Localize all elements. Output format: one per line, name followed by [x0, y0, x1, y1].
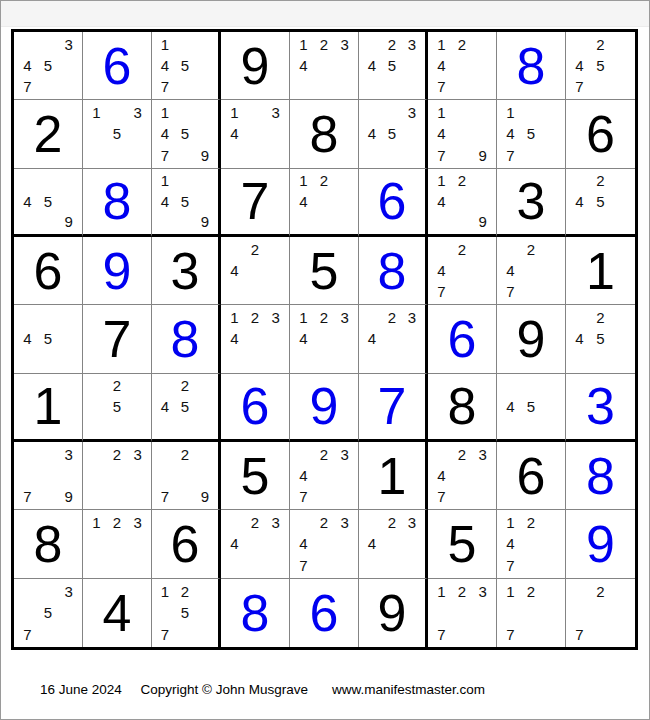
candidate-2: 2: [452, 581, 473, 602]
candidate-empty: [265, 350, 286, 371]
candidate-empty: [127, 533, 148, 554]
candidate-1: 1: [155, 102, 175, 123]
cell-r1c2[interactable]: 6: [83, 32, 152, 100]
candidate-5: 5: [590, 55, 611, 76]
candidate-empty: [521, 260, 542, 281]
candidate-5: 5: [107, 396, 128, 416]
candidate-empty: [17, 602, 38, 623]
candidate-empty: [155, 602, 175, 623]
solved-digit: 8: [586, 450, 615, 502]
cell-r2c2[interactable]: 135: [83, 100, 152, 168]
candidate-3: 3: [334, 34, 355, 55]
cell-r4c2[interactable]: 9: [83, 237, 152, 305]
candidate-empty: [431, 239, 452, 260]
candidate-3: 3: [472, 581, 493, 602]
candidate-2: 2: [452, 171, 473, 191]
given-digit: 8: [34, 518, 63, 570]
candidate-7: 7: [431, 145, 452, 166]
candidate-empty: [175, 145, 195, 166]
footer: 16 June 2024 Copyright © John Musgrave w…: [40, 682, 485, 697]
candidate-empty: [155, 465, 175, 486]
solved-digit: 6: [103, 40, 132, 92]
candidate-9: 9: [195, 145, 215, 166]
candidate-7: 7: [155, 145, 175, 166]
candidate-empty: [362, 512, 382, 533]
cell-r1c1[interactable]: 3457: [14, 32, 83, 100]
cell-r3c3[interactable]: 1459: [152, 169, 221, 237]
candidate-2: 2: [175, 444, 195, 465]
candidate-2: 2: [452, 34, 473, 55]
candidate-empty: [334, 465, 355, 486]
candidate-empty: [38, 171, 59, 191]
cell-r7c7[interactable]: 2347: [428, 442, 497, 510]
candidate-4: 4: [293, 191, 314, 211]
candidate-4: 4: [362, 55, 382, 76]
candidate-empty: [58, 602, 79, 623]
candidate-4: 4: [569, 328, 590, 349]
candidate-empty: [611, 34, 632, 55]
candidate-4: 4: [155, 55, 175, 76]
candidate-3: 3: [58, 34, 79, 55]
cell-r2c5[interactable]: 8: [290, 100, 359, 168]
pencil-marks: 345: [359, 100, 425, 167]
pencil-marks: 1457: [152, 32, 218, 99]
candidate-empty: [38, 76, 59, 97]
cell-r3c2[interactable]: 8: [83, 169, 152, 237]
candidate-4: 4: [293, 465, 314, 486]
candidate-empty: [334, 212, 355, 232]
candidate-4: 4: [224, 123, 245, 144]
cell-r6c6[interactable]: 7: [359, 374, 428, 442]
given-digit: 5: [448, 518, 477, 570]
candidate-empty: [107, 465, 128, 486]
candidate-empty: [86, 533, 107, 554]
candidate-2: 2: [314, 34, 335, 55]
candidate-empty: [541, 123, 562, 144]
pencil-marks: 234: [359, 305, 425, 372]
candidate-empty: [431, 212, 452, 232]
candidate-empty: [58, 328, 79, 349]
cell-r4c7[interactable]: 247: [428, 237, 497, 305]
candidate-3: 3: [127, 512, 148, 533]
candidate-5: 5: [521, 396, 542, 416]
cell-r6c8[interactable]: 45: [497, 374, 566, 442]
candidate-empty: [590, 602, 611, 623]
top-margin-band: [1, 1, 649, 27]
cell-r6c1[interactable]: 1: [14, 374, 83, 442]
candidate-4: 4: [17, 191, 38, 211]
cell-r6c7[interactable]: 8: [428, 374, 497, 442]
pencil-marks: 2457: [566, 32, 635, 99]
candidate-empty: [314, 555, 335, 576]
pencil-marks: 1237: [428, 579, 496, 647]
candidate-9: 9: [472, 212, 493, 232]
candidate-empty: [541, 581, 562, 602]
candidate-empty: [107, 486, 128, 507]
cell-r2c9[interactable]: 6: [566, 100, 635, 168]
pencil-marks: 1234: [290, 32, 358, 99]
cell-r4c4[interactable]: 24: [221, 237, 290, 305]
candidate-5: 5: [38, 602, 59, 623]
candidate-empty: [362, 34, 382, 55]
cell-r3c7[interactable]: 1249: [428, 169, 497, 237]
pencil-marks: 124: [290, 169, 358, 234]
cell-r5c1[interactable]: 45: [14, 305, 83, 373]
cell-r1c9[interactable]: 2457: [566, 32, 635, 100]
candidate-9: 9: [195, 486, 215, 507]
candidate-empty: [175, 34, 195, 55]
cell-r7c6[interactable]: 1: [359, 442, 428, 510]
cell-r3c5[interactable]: 124: [290, 169, 359, 237]
cell-r8c4[interactable]: 234: [221, 510, 290, 578]
candidate-empty: [334, 350, 355, 371]
solved-digit: 8: [241, 587, 270, 639]
candidate-empty: [224, 145, 245, 166]
candidate-empty: [58, 350, 79, 371]
candidate-2: 2: [452, 444, 473, 465]
candidate-empty: [569, 307, 590, 328]
cell-r8c8[interactable]: 1247: [497, 510, 566, 578]
cell-r5c3[interactable]: 8: [152, 305, 221, 373]
candidate-empty: [38, 212, 59, 232]
candidate-empty: [362, 555, 382, 576]
pencil-marks: 25: [83, 374, 151, 439]
candidate-empty: [590, 350, 611, 371]
candidate-empty: [472, 602, 493, 623]
candidate-2: 2: [314, 307, 335, 328]
cell-r7c2[interactable]: 23: [83, 442, 152, 510]
given-digit: 9: [517, 313, 546, 365]
candidate-3: 3: [334, 444, 355, 465]
cell-r5c9[interactable]: 245: [566, 305, 635, 373]
candidate-empty: [195, 376, 215, 396]
cell-r8c7[interactable]: 5: [428, 510, 497, 578]
candidate-empty: [611, 328, 632, 349]
cell-r6c5[interactable]: 9: [290, 374, 359, 442]
candidate-empty: [265, 239, 286, 260]
cell-r9c5[interactable]: 6: [290, 579, 359, 647]
candidate-9: 9: [58, 212, 79, 232]
cell-r1c6[interactable]: 2345: [359, 32, 428, 100]
candidate-empty: [382, 145, 402, 166]
candidate-3: 3: [402, 307, 422, 328]
candidate-4: 4: [224, 328, 245, 349]
candidate-5: 5: [590, 328, 611, 349]
candidate-empty: [293, 212, 314, 232]
candidate-empty: [17, 212, 38, 232]
candidate-4: 4: [431, 191, 452, 211]
candidate-empty: [382, 102, 402, 123]
cell-r4c6[interactable]: 8: [359, 237, 428, 305]
given-digit: 8: [310, 108, 339, 160]
candidate-7: 7: [569, 624, 590, 645]
candidate-empty: [402, 123, 422, 144]
candidate-empty: [314, 486, 335, 507]
candidate-4: 4: [569, 191, 590, 211]
cell-r5c5[interactable]: 1234: [290, 305, 359, 373]
pencil-marks: 1257: [152, 579, 218, 647]
candidate-empty: [362, 307, 382, 328]
cell-r3c1[interactable]: 459: [14, 169, 83, 237]
cell-r3c8[interactable]: 3: [497, 169, 566, 237]
given-digit: 2: [34, 108, 63, 160]
cell-r9c7[interactable]: 1237: [428, 579, 497, 647]
candidate-empty: [472, 191, 493, 211]
candidate-3: 3: [127, 102, 148, 123]
candidate-empty: [334, 486, 355, 507]
candidate-empty: [521, 145, 542, 166]
candidate-1: 1: [431, 102, 452, 123]
cell-r1c4[interactable]: 9: [221, 32, 290, 100]
solved-digit: 6: [448, 313, 477, 365]
candidate-empty: [245, 145, 266, 166]
candidate-empty: [472, 102, 493, 123]
candidate-3: 3: [472, 444, 493, 465]
candidate-empty: [38, 307, 59, 328]
cell-r7c5[interactable]: 2347: [290, 442, 359, 510]
candidate-empty: [127, 396, 148, 416]
candidate-empty: [127, 555, 148, 576]
candidate-1: 1: [431, 34, 452, 55]
cell-r3c9[interactable]: 245: [566, 169, 635, 237]
candidate-empty: [245, 555, 266, 576]
candidate-4: 4: [500, 396, 521, 416]
cell-r9c9[interactable]: 27: [566, 579, 635, 647]
candidate-empty: [224, 555, 245, 576]
cell-r5c4[interactable]: 1234: [221, 305, 290, 373]
candidate-empty: [472, 55, 493, 76]
candidate-7: 7: [155, 486, 175, 507]
cell-r9c1[interactable]: 357: [14, 579, 83, 647]
cell-r8c9[interactable]: 9: [566, 510, 635, 578]
cell-r6c4[interactable]: 6: [221, 374, 290, 442]
candidate-2: 2: [382, 34, 402, 55]
candidate-empty: [500, 602, 521, 623]
cell-r9c6[interactable]: 9: [359, 579, 428, 647]
cell-r2c3[interactable]: 14579: [152, 100, 221, 168]
candidate-empty: [362, 76, 382, 97]
cell-r9c2[interactable]: 4: [83, 579, 152, 647]
given-digit: 9: [241, 40, 270, 92]
candidate-7: 7: [500, 281, 521, 302]
candidate-empty: [265, 555, 286, 576]
cell-r1c3[interactable]: 1457: [152, 32, 221, 100]
footer-copyright: Copyright © John Musgrave: [141, 682, 309, 697]
candidate-empty: [402, 55, 422, 76]
cell-r5c2[interactable]: 7: [83, 305, 152, 373]
candidate-empty: [569, 602, 590, 623]
candidate-empty: [175, 465, 195, 486]
candidate-empty: [175, 212, 195, 232]
candidate-empty: [472, 260, 493, 281]
footer-date: 16 June 2024: [40, 682, 122, 697]
cell-r4c9[interactable]: 1: [566, 237, 635, 305]
candidate-4: 4: [224, 533, 245, 554]
candidate-empty: [245, 260, 266, 281]
candidate-2: 2: [314, 444, 335, 465]
candidate-empty: [569, 171, 590, 191]
candidate-empty: [38, 34, 59, 55]
candidate-empty: [314, 328, 335, 349]
candidate-empty: [86, 376, 107, 396]
candidate-2: 2: [590, 34, 611, 55]
cell-r3c6[interactable]: 6: [359, 169, 428, 237]
cell-r2c6[interactable]: 345: [359, 100, 428, 168]
candidate-2: 2: [314, 512, 335, 533]
candidate-empty: [314, 212, 335, 232]
pencil-marks: 245: [566, 305, 635, 372]
candidate-empty: [541, 417, 562, 437]
candidate-empty: [86, 396, 107, 416]
cell-r8c1[interactable]: 8: [14, 510, 83, 578]
candidate-empty: [195, 191, 215, 211]
candidate-2: 2: [382, 307, 402, 328]
candidate-4: 4: [569, 55, 590, 76]
cell-r5c6[interactable]: 234: [359, 305, 428, 373]
pencil-marks: 135: [83, 100, 151, 167]
candidate-7: 7: [155, 76, 175, 97]
candidate-empty: [155, 212, 175, 232]
candidate-5: 5: [38, 55, 59, 76]
candidate-7: 7: [431, 281, 452, 302]
cell-r2c7[interactable]: 1479: [428, 100, 497, 168]
candidate-4: 4: [362, 328, 382, 349]
candidate-7: 7: [569, 76, 590, 97]
candidate-empty: [402, 145, 422, 166]
candidate-empty: [541, 281, 562, 302]
candidate-4: 4: [155, 123, 175, 144]
given-digit: 8: [448, 380, 477, 432]
cell-r7c1[interactable]: 379: [14, 442, 83, 510]
candidate-empty: [127, 465, 148, 486]
candidate-empty: [541, 555, 562, 576]
cell-r9c8[interactable]: 127: [497, 579, 566, 647]
candidate-empty: [127, 123, 148, 144]
candidate-2: 2: [521, 239, 542, 260]
candidate-empty: [541, 239, 562, 260]
candidate-empty: [452, 123, 473, 144]
candidate-empty: [334, 191, 355, 211]
cell-r2c1[interactable]: 2: [14, 100, 83, 168]
candidate-3: 3: [402, 102, 422, 123]
pencil-marks: 1459: [152, 169, 218, 234]
cell-r7c9[interactable]: 8: [566, 442, 635, 510]
candidate-2: 2: [245, 239, 266, 260]
candidate-9: 9: [472, 145, 493, 166]
candidate-empty: [452, 281, 473, 302]
cell-r2c4[interactable]: 134: [221, 100, 290, 168]
candidate-empty: [541, 396, 562, 416]
candidate-2: 2: [590, 581, 611, 602]
candidate-7: 7: [155, 624, 175, 645]
candidate-empty: [245, 350, 266, 371]
candidate-empty: [431, 602, 452, 623]
candidate-empty: [541, 102, 562, 123]
cell-r6c3[interactable]: 245: [152, 374, 221, 442]
candidate-empty: [590, 624, 611, 645]
pencil-marks: 127: [497, 579, 565, 647]
candidate-empty: [472, 624, 493, 645]
candidate-empty: [500, 417, 521, 437]
cell-r1c7[interactable]: 1247: [428, 32, 497, 100]
cell-r3c4[interactable]: 7: [221, 169, 290, 237]
candidate-empty: [611, 581, 632, 602]
given-digit: 1: [34, 380, 63, 432]
cell-r1c5[interactable]: 1234: [290, 32, 359, 100]
candidate-empty: [334, 555, 355, 576]
candidate-empty: [17, 465, 38, 486]
candidate-empty: [382, 350, 402, 371]
candidate-2: 2: [175, 581, 195, 602]
cell-r1c8[interactable]: 8: [497, 32, 566, 100]
cell-r8c2[interactable]: 123: [83, 510, 152, 578]
candidate-empty: [245, 281, 266, 302]
candidate-empty: [611, 191, 632, 211]
candidate-empty: [402, 555, 422, 576]
solved-digit: 3: [586, 380, 615, 432]
pencil-marks: 27: [566, 579, 635, 647]
pencil-marks: 247: [497, 237, 565, 304]
candidate-2: 2: [521, 581, 542, 602]
candidate-empty: [452, 602, 473, 623]
candidate-empty: [521, 417, 542, 437]
cell-r4c1[interactable]: 6: [14, 237, 83, 305]
candidate-empty: [195, 76, 215, 97]
cell-r7c3[interactable]: 279: [152, 442, 221, 510]
cell-r5c8[interactable]: 9: [497, 305, 566, 373]
cell-r4c8[interactable]: 247: [497, 237, 566, 305]
cell-r8c3[interactable]: 6: [152, 510, 221, 578]
candidate-7: 7: [431, 486, 452, 507]
candidate-empty: [86, 123, 107, 144]
candidate-4: 4: [431, 123, 452, 144]
candidate-5: 5: [382, 55, 402, 76]
candidate-empty: [569, 581, 590, 602]
cell-r4c3[interactable]: 3: [152, 237, 221, 305]
candidate-4: 4: [500, 260, 521, 281]
cell-r6c9[interactable]: 3: [566, 374, 635, 442]
candidate-9: 9: [58, 486, 79, 507]
candidate-5: 5: [38, 328, 59, 349]
given-digit: 6: [171, 518, 200, 570]
candidate-empty: [314, 55, 335, 76]
cell-r9c4[interactable]: 8: [221, 579, 290, 647]
cell-r7c4[interactable]: 5: [221, 442, 290, 510]
candidate-empty: [17, 307, 38, 328]
pencil-marks: 245: [152, 374, 218, 439]
candidate-7: 7: [293, 555, 314, 576]
candidate-empty: [195, 602, 215, 623]
cell-r9c3[interactable]: 1257: [152, 579, 221, 647]
candidate-2: 2: [382, 512, 402, 533]
candidate-empty: [155, 417, 175, 437]
cell-r7c8[interactable]: 6: [497, 442, 566, 510]
candidate-3: 3: [58, 581, 79, 602]
cell-r4c5[interactable]: 5: [290, 237, 359, 305]
candidate-4: 4: [362, 123, 382, 144]
cell-r8c5[interactable]: 2347: [290, 510, 359, 578]
cell-r8c6[interactable]: 234: [359, 510, 428, 578]
candidate-empty: [611, 76, 632, 97]
candidate-empty: [17, 171, 38, 191]
cell-r6c2[interactable]: 25: [83, 374, 152, 442]
candidate-empty: [224, 281, 245, 302]
candidate-empty: [17, 350, 38, 371]
cell-r2c8[interactable]: 1457: [497, 100, 566, 168]
cell-r5c7[interactable]: 6: [428, 305, 497, 373]
candidate-empty: [107, 102, 128, 123]
candidate-3: 3: [58, 444, 79, 465]
